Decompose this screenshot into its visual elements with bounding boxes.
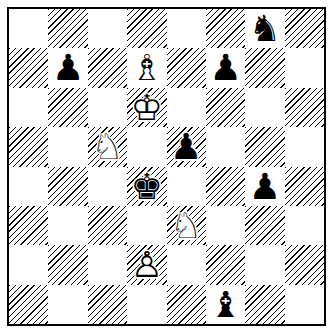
chess-diagram: ♞♞♟♟♝♗♟♟♚♔♞♘♟♟♚♚♟♟♞♘♟♙♝♝ (0, 0, 332, 332)
black-king-icon: ♚♚ (127, 167, 166, 206)
square-h6[interactable] (285, 88, 324, 127)
square-a8[interactable] (9, 9, 48, 48)
square-h4[interactable] (285, 167, 324, 206)
square-g4[interactable]: ♟♟ (245, 167, 284, 206)
square-g8[interactable]: ♞♞ (245, 9, 284, 48)
black-pawn-icon: ♟♟ (245, 167, 284, 206)
square-f6[interactable] (206, 88, 245, 127)
black-bishop-icon: ♝♝ (206, 285, 245, 324)
square-b7[interactable]: ♟♟ (48, 48, 87, 87)
black-knight-icon: ♞♞ (245, 9, 284, 48)
square-g3[interactable] (245, 206, 284, 245)
square-d4[interactable]: ♚♚ (127, 167, 166, 206)
board-frame: ♞♞♟♟♝♗♟♟♚♔♞♘♟♟♚♚♟♟♞♘♟♙♝♝ (7, 7, 326, 326)
square-b1[interactable] (48, 285, 87, 324)
black-pawn-icon: ♟♟ (48, 48, 87, 87)
white-knight-icon: ♞♘ (167, 206, 206, 245)
square-c7[interactable] (88, 48, 127, 87)
square-f3[interactable] (206, 206, 245, 245)
black-pawn-icon: ♟♟ (167, 127, 206, 166)
square-f1[interactable]: ♝♝ (206, 285, 245, 324)
square-b2[interactable] (48, 245, 87, 284)
square-f7[interactable]: ♟♟ (206, 48, 245, 87)
square-h5[interactable] (285, 127, 324, 166)
square-g2[interactable] (245, 245, 284, 284)
square-h7[interactable] (285, 48, 324, 87)
square-b5[interactable] (48, 127, 87, 166)
square-f8[interactable] (206, 9, 245, 48)
square-d1[interactable] (127, 285, 166, 324)
square-e3[interactable]: ♞♘ (167, 206, 206, 245)
square-d5[interactable] (127, 127, 166, 166)
square-g6[interactable] (245, 88, 284, 127)
square-d6[interactable]: ♚♔ (127, 88, 166, 127)
square-e7[interactable] (167, 48, 206, 87)
white-pawn-icon: ♟♙ (127, 245, 166, 284)
square-a5[interactable] (9, 127, 48, 166)
square-e2[interactable] (167, 245, 206, 284)
square-b6[interactable] (48, 88, 87, 127)
square-e4[interactable] (167, 167, 206, 206)
square-b8[interactable] (48, 9, 87, 48)
square-e8[interactable] (167, 9, 206, 48)
square-d8[interactable] (127, 9, 166, 48)
square-h1[interactable] (285, 285, 324, 324)
square-a7[interactable] (9, 48, 48, 87)
square-a4[interactable] (9, 167, 48, 206)
square-f2[interactable] (206, 245, 245, 284)
square-h2[interactable] (285, 245, 324, 284)
square-h3[interactable] (285, 206, 324, 245)
square-f5[interactable] (206, 127, 245, 166)
square-e5[interactable]: ♟♟ (167, 127, 206, 166)
square-d7[interactable]: ♝♗ (127, 48, 166, 87)
square-g7[interactable] (245, 48, 284, 87)
square-e1[interactable] (167, 285, 206, 324)
square-c3[interactable] (88, 206, 127, 245)
white-bishop-icon: ♝♗ (127, 48, 166, 87)
square-c5[interactable]: ♞♘ (88, 127, 127, 166)
square-b3[interactable] (48, 206, 87, 245)
square-c8[interactable] (88, 9, 127, 48)
square-c4[interactable] (88, 167, 127, 206)
square-h8[interactable] (285, 9, 324, 48)
square-c6[interactable] (88, 88, 127, 127)
board: ♞♞♟♟♝♗♟♟♚♔♞♘♟♟♚♚♟♟♞♘♟♙♝♝ (9, 9, 324, 324)
square-a3[interactable] (9, 206, 48, 245)
square-g5[interactable] (245, 127, 284, 166)
square-g1[interactable] (245, 285, 284, 324)
square-d2[interactable]: ♟♙ (127, 245, 166, 284)
square-a2[interactable] (9, 245, 48, 284)
square-c2[interactable] (88, 245, 127, 284)
white-knight-icon: ♞♘ (88, 127, 127, 166)
square-a6[interactable] (9, 88, 48, 127)
square-c1[interactable] (88, 285, 127, 324)
white-king-icon: ♚♔ (127, 88, 166, 127)
square-d3[interactable] (127, 206, 166, 245)
square-b4[interactable] (48, 167, 87, 206)
black-pawn-icon: ♟♟ (206, 48, 245, 87)
square-f4[interactable] (206, 167, 245, 206)
square-a1[interactable] (9, 285, 48, 324)
square-e6[interactable] (167, 88, 206, 127)
